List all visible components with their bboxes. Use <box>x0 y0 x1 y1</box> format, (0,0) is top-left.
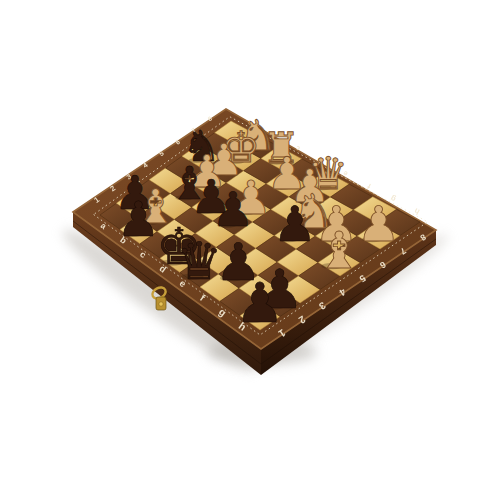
piece-w-B-h5: ♝ <box>316 221 362 280</box>
piece-glyph: ♟ <box>273 196 317 253</box>
product-photo: 1122334455667788aabbccddeeffgghh♞♞♚♜♟♟♟♛… <box>0 0 500 500</box>
piece-glyph: ♟ <box>357 196 401 253</box>
label-file-h-far: h <box>412 206 421 216</box>
piece-b-P-d4: ♟ <box>211 182 254 237</box>
piece-glyph: ♟ <box>211 182 254 237</box>
piece-b-P-f5: ♟ <box>273 196 317 253</box>
piece-glyph: ♟ <box>117 191 160 247</box>
piece-b-P-b1: ♟ <box>117 191 160 247</box>
piece-b-P-h1: ♟ <box>235 271 284 335</box>
piece-w-P-h7: ♟ <box>357 196 401 253</box>
label-file-f-far: f <box>365 181 372 190</box>
chess-set-photo: 1122334455667788aabbccddeeffgghh♞♞♚♜♟♟♟♛… <box>0 0 500 500</box>
piece-glyph: ♝ <box>316 221 362 280</box>
piece-glyph: ♟ <box>235 271 284 335</box>
